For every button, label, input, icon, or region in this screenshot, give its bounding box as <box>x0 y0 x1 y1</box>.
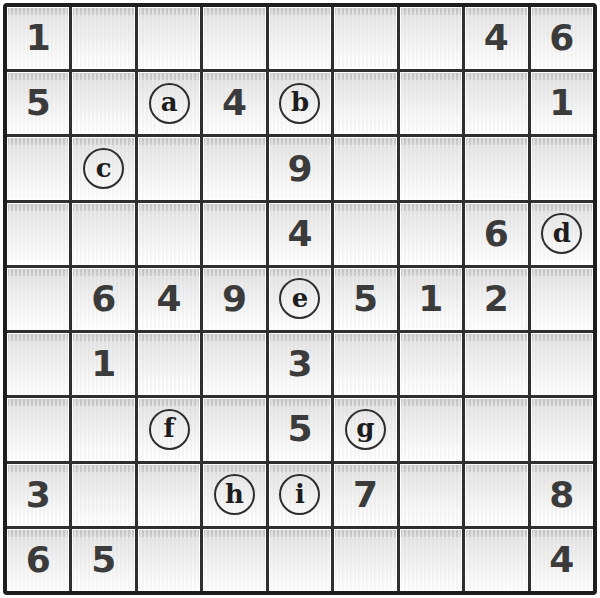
cell-r5c4[interactable]: 9 <box>203 268 265 330</box>
cell-r8c3[interactable] <box>138 464 200 526</box>
circled-letter-b: b <box>279 83 320 124</box>
cell-r1c3[interactable] <box>138 7 200 69</box>
cell-r2c7[interactable] <box>400 72 462 134</box>
cell-r3c8[interactable] <box>465 137 527 199</box>
cell-r6c5[interactable]: 3 <box>269 333 331 395</box>
given-digit: 3 <box>26 477 51 513</box>
cell-r6c6[interactable] <box>334 333 396 395</box>
cell-r6c3[interactable] <box>138 333 200 395</box>
given-digit: 1 <box>418 281 443 317</box>
cell-r5c3[interactable]: 4 <box>138 268 200 330</box>
circled-letter-d: d <box>541 213 582 254</box>
cell-r8c1[interactable]: 3 <box>7 464 69 526</box>
cell-r9c9[interactable]: 4 <box>531 529 593 591</box>
cell-r9c1[interactable]: 6 <box>7 529 69 591</box>
cell-r6c9[interactable] <box>531 333 593 395</box>
cell-r9c6[interactable] <box>334 529 396 591</box>
cell-r3c4[interactable] <box>203 137 265 199</box>
cell-r4c1[interactable] <box>7 203 69 265</box>
cell-r6c2[interactable]: 1 <box>72 333 134 395</box>
cell-r5c9[interactable] <box>531 268 593 330</box>
cell-r5c7[interactable]: 1 <box>400 268 462 330</box>
given-digit: 3 <box>287 346 312 382</box>
given-digit: 6 <box>549 20 574 56</box>
circled-letter-e: e <box>279 278 320 319</box>
cell-r4c8[interactable]: 6 <box>465 203 527 265</box>
given-digit: 6 <box>484 216 509 252</box>
cell-r6c8[interactable] <box>465 333 527 395</box>
cell-r1c8[interactable]: 4 <box>465 7 527 69</box>
cell-r1c7[interactable] <box>400 7 462 69</box>
cell-r3c1[interactable] <box>7 137 69 199</box>
circled-letter-h: h <box>214 474 255 515</box>
cell-r8c7[interactable] <box>400 464 462 526</box>
given-digit: 4 <box>287 216 312 252</box>
cell-r1c2[interactable] <box>72 7 134 69</box>
cell-r6c7[interactable] <box>400 333 462 395</box>
cell-r4c4[interactable] <box>203 203 265 265</box>
cell-r2c1[interactable]: 5 <box>7 72 69 134</box>
cell-r8c6[interactable]: 7 <box>334 464 396 526</box>
given-digit: 5 <box>287 411 312 447</box>
given-digit: 4 <box>484 20 509 56</box>
cell-r9c4[interactable] <box>203 529 265 591</box>
cell-r2c9[interactable]: 1 <box>531 72 593 134</box>
circled-letter-f: f <box>149 409 190 450</box>
cell-r3c6[interactable] <box>334 137 396 199</box>
cell-r5c5[interactable]: e <box>269 268 331 330</box>
cell-r7c5[interactable]: 5 <box>269 398 331 460</box>
cell-r5c6[interactable]: 5 <box>334 268 396 330</box>
cell-r8c9[interactable]: 8 <box>531 464 593 526</box>
cell-r8c4[interactable]: h <box>203 464 265 526</box>
cell-r4c5[interactable]: 4 <box>269 203 331 265</box>
cell-r6c4[interactable] <box>203 333 265 395</box>
cell-r1c6[interactable] <box>334 7 396 69</box>
cell-r7c6[interactable]: g <box>334 398 396 460</box>
cell-r2c6[interactable] <box>334 72 396 134</box>
cell-r4c3[interactable] <box>138 203 200 265</box>
cell-r9c7[interactable] <box>400 529 462 591</box>
circled-letter-i: i <box>279 474 320 515</box>
given-digit: 1 <box>26 20 51 56</box>
cell-r8c5[interactable]: i <box>269 464 331 526</box>
given-digit: 6 <box>91 281 116 317</box>
given-digit: 1 <box>549 85 574 121</box>
given-digit: 6 <box>26 542 51 578</box>
circled-letter-a: a <box>149 83 190 124</box>
cell-r2c8[interactable] <box>465 72 527 134</box>
cell-r7c8[interactable] <box>465 398 527 460</box>
cell-r4c6[interactable] <box>334 203 396 265</box>
cell-r7c2[interactable] <box>72 398 134 460</box>
cell-r4c2[interactable] <box>72 203 134 265</box>
cell-r2c2[interactable] <box>72 72 134 134</box>
cell-r1c4[interactable] <box>203 7 265 69</box>
cell-r7c7[interactable] <box>400 398 462 460</box>
given-digit: 5 <box>353 281 378 317</box>
given-digit: 4 <box>222 85 247 121</box>
cell-r8c2[interactable] <box>72 464 134 526</box>
cell-r3c2[interactable]: c <box>72 137 134 199</box>
cell-r5c8[interactable]: 2 <box>465 268 527 330</box>
cell-r7c4[interactable] <box>203 398 265 460</box>
given-digit: 8 <box>549 477 574 513</box>
cell-r1c1[interactable]: 1 <box>7 7 69 69</box>
sudoku-board: 1465a4b1c946d649e51213f5g3hi78654 <box>3 3 597 595</box>
given-digit: 9 <box>222 281 247 317</box>
cell-r6c1[interactable] <box>7 333 69 395</box>
cell-r9c3[interactable] <box>138 529 200 591</box>
cell-r4c7[interactable] <box>400 203 462 265</box>
given-digit: 5 <box>26 85 51 121</box>
circled-letter-c: c <box>83 148 124 189</box>
given-digit: 7 <box>353 477 378 513</box>
given-digit: 2 <box>484 281 509 317</box>
cell-r8c8[interactable] <box>465 464 527 526</box>
cell-r7c1[interactable] <box>7 398 69 460</box>
cell-r4c9[interactable]: d <box>531 203 593 265</box>
given-digit: 4 <box>157 281 182 317</box>
cell-r9c2[interactable]: 5 <box>72 529 134 591</box>
cell-r3c9[interactable] <box>531 137 593 199</box>
cell-r5c1[interactable] <box>7 268 69 330</box>
circled-letter-g: g <box>345 409 386 450</box>
given-digit: 1 <box>91 346 116 382</box>
given-digit: 4 <box>549 542 574 578</box>
cell-r3c7[interactable] <box>400 137 462 199</box>
cell-r5c2[interactable]: 6 <box>72 268 134 330</box>
cell-r9c5[interactable] <box>269 529 331 591</box>
cell-r1c9[interactable]: 6 <box>531 7 593 69</box>
given-digit: 9 <box>287 151 312 187</box>
cell-r3c3[interactable] <box>138 137 200 199</box>
cell-r3c5[interactable]: 9 <box>269 137 331 199</box>
cell-r7c3[interactable]: f <box>138 398 200 460</box>
cell-r2c4[interactable]: 4 <box>203 72 265 134</box>
sudoku-page: 1465a4b1c946d649e51213f5g3hi78654 <box>0 3 600 598</box>
cell-r2c3[interactable]: a <box>138 72 200 134</box>
cell-r7c9[interactable] <box>531 398 593 460</box>
cell-r1c5[interactable] <box>269 7 331 69</box>
given-digit: 5 <box>91 542 116 578</box>
cell-r9c8[interactable] <box>465 529 527 591</box>
cell-r2c5[interactable]: b <box>269 72 331 134</box>
